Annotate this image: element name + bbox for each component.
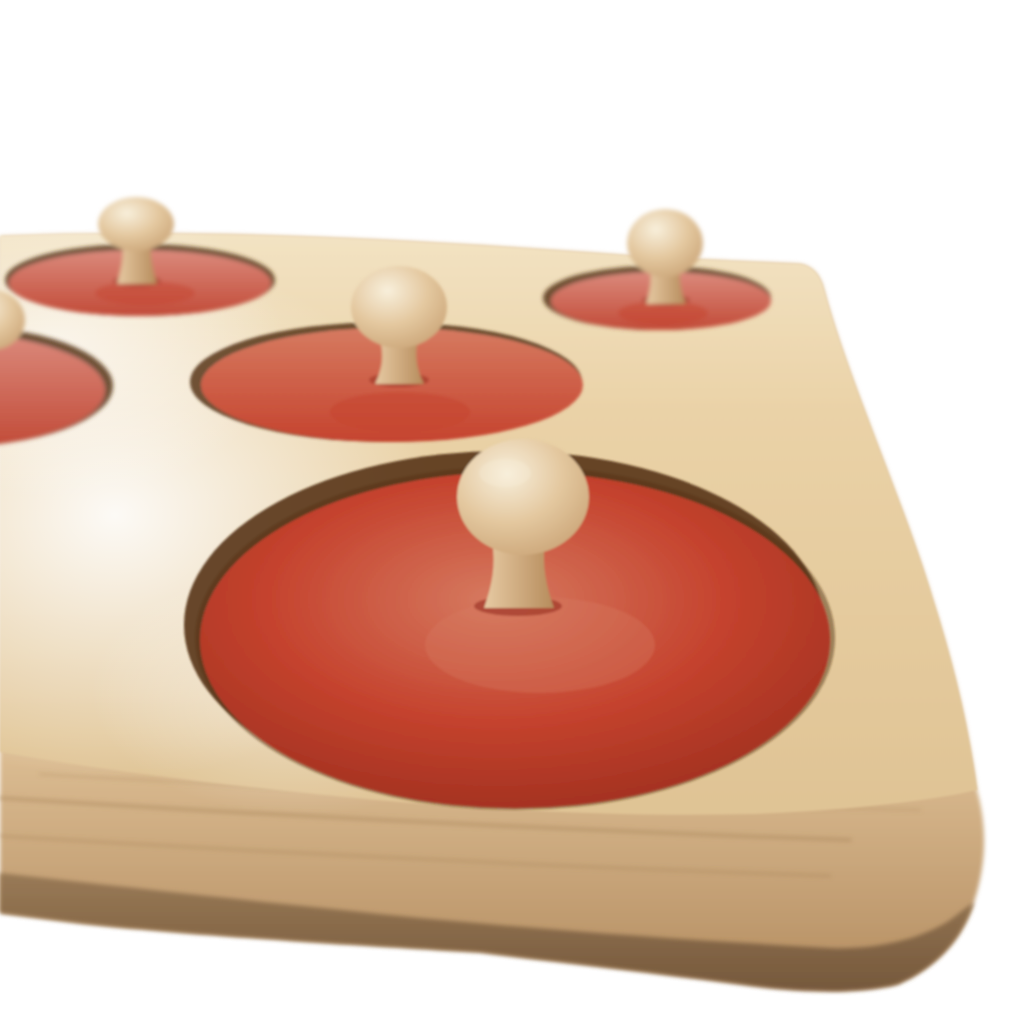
knob-ball-highlight — [479, 459, 531, 487]
cylinder-block-scene — [0, 0, 1024, 1024]
knob-ball[interactable] — [627, 209, 703, 277]
photo-scene — [0, 0, 1024, 1024]
knob-ball[interactable] — [98, 197, 174, 251]
disc-bright-spot — [330, 392, 470, 432]
knob-ball[interactable] — [457, 439, 589, 555]
knob-ball[interactable] — [351, 266, 447, 348]
